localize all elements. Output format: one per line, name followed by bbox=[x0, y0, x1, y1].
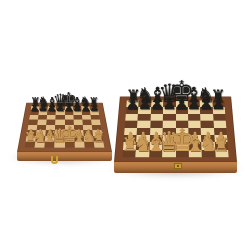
square-d2 bbox=[162, 142, 175, 149]
board-grid-large bbox=[122, 100, 228, 157]
square-g1 bbox=[202, 150, 216, 158]
square-d1 bbox=[162, 150, 175, 158]
square-e4 bbox=[176, 128, 189, 135]
square-e6 bbox=[176, 114, 189, 121]
square-e1 bbox=[65, 141, 75, 147]
square-h6 bbox=[213, 114, 226, 121]
square-e3 bbox=[176, 135, 189, 142]
square-b4 bbox=[137, 128, 150, 135]
square-b1 bbox=[35, 141, 45, 147]
square-e1 bbox=[176, 150, 189, 158]
square-g3 bbox=[201, 135, 214, 142]
square-f1 bbox=[189, 150, 202, 158]
square-a4 bbox=[124, 128, 137, 135]
square-f1 bbox=[74, 141, 84, 147]
square-e5 bbox=[176, 121, 189, 128]
square-f3 bbox=[188, 135, 201, 142]
brass-clasp-icon-large bbox=[174, 163, 182, 169]
square-a3 bbox=[124, 135, 137, 142]
square-d4 bbox=[163, 128, 176, 135]
brass-clasp-icon-small bbox=[51, 156, 58, 164]
square-d5 bbox=[163, 121, 176, 128]
square-d7 bbox=[163, 107, 175, 114]
square-h4 bbox=[214, 128, 227, 135]
square-b7 bbox=[138, 107, 151, 114]
square-d1 bbox=[55, 141, 65, 147]
square-b1 bbox=[136, 150, 150, 158]
square-e2 bbox=[176, 142, 189, 149]
square-h3 bbox=[214, 135, 227, 142]
square-f2 bbox=[188, 142, 201, 149]
square-a7 bbox=[126, 107, 139, 114]
square-g2 bbox=[201, 142, 214, 149]
square-a2 bbox=[123, 142, 137, 149]
board-grid-small bbox=[25, 106, 105, 148]
square-h7 bbox=[212, 107, 225, 114]
square-d6 bbox=[163, 114, 176, 121]
square-c6 bbox=[150, 114, 163, 121]
square-f6 bbox=[188, 114, 201, 121]
square-h2 bbox=[214, 142, 228, 149]
square-c2 bbox=[149, 142, 162, 149]
square-b6 bbox=[138, 114, 151, 121]
square-g6 bbox=[200, 114, 213, 121]
square-g5 bbox=[201, 121, 214, 128]
square-h5 bbox=[213, 121, 226, 128]
square-d3 bbox=[163, 135, 176, 142]
square-c1 bbox=[45, 141, 55, 147]
square-g7 bbox=[200, 107, 213, 114]
chess-board-large bbox=[114, 97, 237, 162]
square-f7 bbox=[188, 107, 201, 114]
square-e7 bbox=[176, 107, 188, 114]
square-a5 bbox=[125, 121, 138, 128]
square-c7 bbox=[151, 107, 164, 114]
square-b2 bbox=[136, 142, 149, 149]
square-b3 bbox=[137, 135, 150, 142]
square-c1 bbox=[149, 150, 162, 158]
square-g4 bbox=[201, 128, 214, 135]
chess-board-small bbox=[17, 103, 112, 152]
box-front-edge-small bbox=[17, 151, 112, 161]
square-c4 bbox=[150, 128, 163, 135]
square-f5 bbox=[188, 121, 201, 128]
square-c3 bbox=[150, 135, 163, 142]
square-a1 bbox=[122, 150, 136, 158]
product-photo-two-chess-sets: ♜♞♝♛♚♝♞♜♟♟♟♟♟♟♟♟♟♟♟♟♟♟♟♟♜♞♝♛♚♝♞♜ ♜♞♝♛♚♝♞… bbox=[0, 0, 250, 250]
square-f4 bbox=[188, 128, 201, 135]
square-b5 bbox=[137, 121, 150, 128]
square-h1 bbox=[94, 141, 105, 147]
square-h1 bbox=[215, 150, 229, 158]
square-c5 bbox=[150, 121, 163, 128]
square-a6 bbox=[125, 114, 138, 121]
